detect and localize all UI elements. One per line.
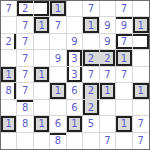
- cell-value: 1: [38, 20, 44, 31]
- cell-r8c8[interactable]: 1: [116, 116, 132, 132]
- cell-r7c7[interactable]: [100, 100, 116, 116]
- cell-r1c1[interactable]: 7: [1, 1, 17, 17]
- cell-r5c3[interactable]: 1: [34, 67, 50, 83]
- cell-r5c7[interactable]: 7: [100, 67, 116, 83]
- cell-r9c2[interactable]: [17, 133, 33, 149]
- cell-r2c6[interactable]: 1: [83, 17, 99, 33]
- cell-r2c1[interactable]: [1, 17, 17, 33]
- cell-r5c4[interactable]: [50, 67, 66, 83]
- cell-value: 7: [121, 36, 127, 47]
- cell-r8c7[interactable]: [100, 116, 116, 132]
- cell-r9c7[interactable]: 7: [100, 133, 116, 149]
- cell-r2c5[interactable]: [67, 17, 83, 33]
- cell-value: 7: [6, 3, 12, 14]
- cell-r8c3[interactable]: 1: [34, 116, 50, 132]
- cell-value: 1: [138, 85, 144, 96]
- cell-r3c2[interactable]: 7: [17, 34, 33, 50]
- cell-value: 2: [88, 102, 94, 113]
- cell-value: 7: [104, 135, 110, 146]
- cell-value: 7: [121, 3, 127, 14]
- cell-value: 7: [121, 69, 127, 80]
- cell-value: 7: [104, 69, 110, 80]
- cell-r8c6[interactable]: 5: [83, 116, 99, 132]
- cell-value: 3: [71, 69, 77, 80]
- cell-r7c3[interactable]: [34, 100, 50, 116]
- cell-r7c9[interactable]: [133, 100, 149, 116]
- cell-r3c9[interactable]: [133, 34, 149, 50]
- cell-r4c3[interactable]: [34, 50, 50, 66]
- cell-value: 7: [22, 85, 28, 96]
- cell-r5c6[interactable]: 7: [83, 67, 99, 83]
- cell-r5c9[interactable]: [133, 67, 149, 83]
- cell-value: 9: [55, 53, 61, 64]
- cell-r1c7[interactable]: [100, 1, 116, 17]
- cell-r2c3[interactable]: 1: [34, 17, 50, 33]
- cell-value: 7: [88, 3, 94, 14]
- cell-r4c2[interactable]: 7: [17, 50, 33, 66]
- cell-r8c9[interactable]: 7: [133, 116, 149, 132]
- cell-r1c9[interactable]: [133, 1, 149, 17]
- cell-r1c5[interactable]: [67, 1, 83, 17]
- cell-value: 6: [71, 102, 77, 113]
- cell-value: 6: [55, 118, 61, 129]
- cell-r7c2[interactable]: 8: [17, 100, 33, 116]
- cell-value: 1: [121, 118, 127, 129]
- cell-value: 8: [6, 85, 12, 96]
- cell-value: 1: [38, 69, 44, 80]
- cell-r8c5[interactable]: 1: [67, 116, 83, 132]
- cell-r3c6[interactable]: [83, 34, 99, 50]
- cell-r3c3[interactable]: [34, 34, 50, 50]
- cell-r9c6[interactable]: [83, 133, 99, 149]
- cell-value: 7: [55, 20, 61, 31]
- cell-value: 9: [121, 20, 127, 31]
- cell-r7c1[interactable]: [1, 100, 17, 116]
- cell-r2c8[interactable]: 9: [116, 17, 132, 33]
- cell-r5c2[interactable]: 7: [17, 67, 33, 83]
- cell-value: 1: [55, 3, 61, 14]
- cell-r4c8[interactable]: 1: [116, 50, 132, 66]
- cell-r6c6[interactable]: 2: [83, 83, 99, 99]
- cell-r7c8[interactable]: [116, 100, 132, 116]
- cell-value: 9: [71, 36, 77, 47]
- cell-r5c1[interactable]: 1: [1, 67, 17, 83]
- cell-r6c2[interactable]: 7: [17, 83, 33, 99]
- cell-value: 3: [71, 53, 77, 64]
- cell-r1c8[interactable]: 7: [116, 1, 132, 17]
- cell-value: 1: [71, 118, 77, 129]
- cell-value: 7: [22, 53, 28, 64]
- cell-value: 7: [22, 20, 28, 31]
- cell-r9c1[interactable]: [1, 133, 17, 149]
- cell-value: 1: [121, 53, 127, 64]
- cell-value: 1: [38, 118, 44, 129]
- cell-value: 8: [22, 118, 28, 129]
- cell-r8c1[interactable]: 1: [1, 116, 17, 132]
- cell-r6c7[interactable]: 1: [100, 83, 116, 99]
- cell-r3c1[interactable]: 2: [1, 34, 17, 50]
- cell-value: 2: [88, 85, 94, 96]
- cell-r5c8[interactable]: 7: [116, 67, 132, 83]
- cell-r4c4[interactable]: 9: [50, 50, 66, 66]
- cell-r1c6[interactable]: 7: [83, 1, 99, 17]
- cell-value: 9: [104, 36, 110, 47]
- cell-r1c3[interactable]: [34, 1, 50, 17]
- cell-r6c1[interactable]: 8: [1, 83, 17, 99]
- cell-r1c2[interactable]: 2: [17, 1, 33, 17]
- cell-value: 1: [138, 20, 144, 31]
- cell-value: 8: [22, 102, 28, 113]
- cell-r2c2[interactable]: 7: [17, 17, 33, 33]
- cell-r4c1[interactable]: [1, 50, 17, 66]
- cell-r6c8[interactable]: [116, 83, 132, 99]
- cell-value: 5: [88, 118, 94, 129]
- cell-value: 7: [22, 69, 28, 80]
- cell-r5c5[interactable]: 3: [67, 67, 83, 83]
- cell-r3c5[interactable]: 9: [67, 34, 83, 50]
- cell-r7c5[interactable]: 6: [67, 100, 83, 116]
- cell-r9c8[interactable]: [116, 133, 132, 149]
- puzzle-board: 7217771719912799779322117137778716211862…: [0, 0, 150, 150]
- cell-value: 2: [6, 36, 12, 47]
- cell-r9c4[interactable]: 8: [50, 133, 66, 149]
- cell-r6c3[interactable]: [34, 83, 50, 99]
- cell-r6c9[interactable]: 1: [133, 83, 149, 99]
- cell-r8c2[interactable]: 8: [17, 116, 33, 132]
- cell-r2c4[interactable]: 7: [50, 17, 66, 33]
- cell-value: 7: [22, 36, 28, 47]
- cell-r4c5[interactable]: 3: [67, 50, 83, 66]
- cell-value: 1: [88, 20, 94, 31]
- cell-r1c4[interactable]: 1: [50, 1, 66, 17]
- cell-value: 9: [104, 20, 110, 31]
- cell-r2c9[interactable]: 1: [133, 17, 149, 33]
- cell-value: 1: [104, 85, 110, 96]
- cell-value: 7: [138, 135, 144, 146]
- cell-r2c7[interactable]: 9: [100, 17, 116, 33]
- cell-r4c9[interactable]: [133, 50, 149, 66]
- cell-r9c5[interactable]: [67, 133, 83, 149]
- cell-value: 1: [55, 85, 61, 96]
- cell-value: 8: [55, 135, 61, 146]
- cell-r7c4[interactable]: [50, 100, 66, 116]
- cell-value: 1: [6, 69, 12, 80]
- cell-r3c4[interactable]: [50, 34, 66, 50]
- cell-r7c6[interactable]: 2: [83, 100, 99, 116]
- cell-value: 2: [22, 3, 28, 14]
- cell-value: 2: [88, 53, 94, 64]
- cell-r4c6[interactable]: 2: [83, 50, 99, 66]
- cell-r4c7[interactable]: 2: [100, 50, 116, 66]
- cell-r3c8[interactable]: 7: [116, 34, 132, 50]
- cell-value: 7: [138, 118, 144, 129]
- cell-r3c7[interactable]: 9: [100, 34, 116, 50]
- cell-r9c3[interactable]: [34, 133, 50, 149]
- cell-value: 6: [71, 85, 77, 96]
- cell-r6c4[interactable]: 1: [50, 83, 66, 99]
- cell-r8c4[interactable]: 6: [50, 116, 66, 132]
- cell-value: 1: [6, 118, 12, 129]
- cell-r6c5[interactable]: 6: [67, 83, 83, 99]
- cell-value: 2: [104, 53, 110, 64]
- cell-value: 7: [88, 69, 94, 80]
- cell-r9c9[interactable]: 7: [133, 133, 149, 149]
